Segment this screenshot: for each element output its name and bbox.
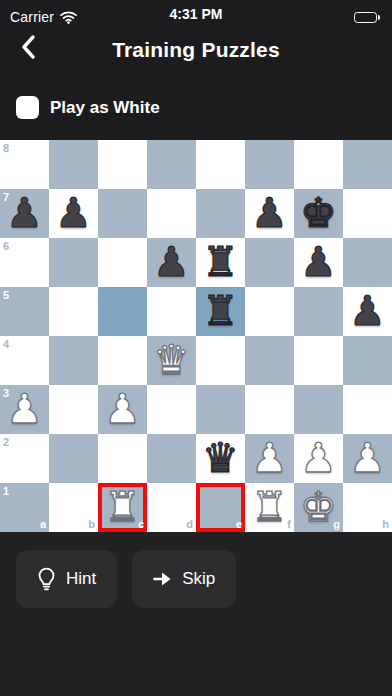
white-pawn[interactable]: ♟ [343, 434, 392, 483]
page-title: Training Puzzles [112, 38, 280, 62]
file-label-a: a [40, 519, 46, 530]
square-h6[interactable] [343, 238, 392, 287]
black-pawn[interactable]: ♟ [147, 238, 196, 287]
file-label-d: d [186, 519, 193, 530]
rank-label-5: 5 [3, 290, 9, 301]
file-label-b: b [88, 519, 95, 530]
square-f8[interactable] [245, 140, 294, 189]
square-a5[interactable]: 5 [0, 287, 49, 336]
square-c1[interactable]: c♜ [98, 483, 147, 532]
square-d6[interactable]: ♟ [147, 238, 196, 287]
chess-board: 87♟♟♟♚6♟♜♟5♜♟4♛3♟♟2♛♟♟♟1abc♜def♜g♚h [0, 140, 392, 532]
square-a8[interactable]: 8 [0, 140, 49, 189]
lightbulb-icon [37, 567, 56, 591]
square-e4[interactable] [196, 336, 245, 385]
black-rook[interactable]: ♜ [196, 238, 245, 287]
square-f2[interactable]: ♟ [245, 434, 294, 483]
square-e8[interactable] [196, 140, 245, 189]
skip-button-label: Skip [182, 569, 215, 589]
square-a6[interactable]: 6 [0, 238, 49, 287]
square-b5[interactable] [49, 287, 98, 336]
black-pawn[interactable]: ♟ [294, 238, 343, 287]
square-h4[interactable] [343, 336, 392, 385]
white-rook[interactable]: ♜ [98, 483, 147, 532]
white-queen[interactable]: ♛ [147, 336, 196, 385]
square-a4[interactable]: 4 [0, 336, 49, 385]
square-h1[interactable]: h [343, 483, 392, 532]
square-d4[interactable]: ♛ [147, 336, 196, 385]
white-pawn[interactable]: ♟ [245, 434, 294, 483]
square-e7[interactable] [196, 189, 245, 238]
play-as-white-label: Play as White [50, 98, 160, 118]
square-h2[interactable]: ♟ [343, 434, 392, 483]
white-king[interactable]: ♚ [294, 483, 343, 532]
square-a1[interactable]: 1a [0, 483, 49, 532]
square-b1[interactable]: b [49, 483, 98, 532]
white-rook[interactable]: ♜ [245, 483, 294, 532]
nav-bar: Training Puzzles [0, 30, 392, 70]
skip-button[interactable]: Skip [132, 550, 236, 608]
square-b7[interactable]: ♟ [49, 189, 98, 238]
square-c6[interactable] [98, 238, 147, 287]
square-h5[interactable]: ♟ [343, 287, 392, 336]
black-rook[interactable]: ♜ [196, 287, 245, 336]
status-bar: Carrier 4:31 PM [0, 0, 392, 30]
square-e3[interactable] [196, 385, 245, 434]
black-pawn[interactable]: ♟ [343, 287, 392, 336]
play-as-white-checkbox[interactable] [16, 96, 39, 119]
square-d5[interactable] [147, 287, 196, 336]
square-f6[interactable] [245, 238, 294, 287]
square-g7[interactable]: ♚ [294, 189, 343, 238]
black-pawn[interactable]: ♟ [49, 189, 98, 238]
black-pawn[interactable]: ♟ [0, 189, 49, 238]
white-pawn[interactable]: ♟ [294, 434, 343, 483]
rank-label-1: 1 [3, 486, 9, 497]
square-a2[interactable]: 2 [0, 434, 49, 483]
square-b6[interactable] [49, 238, 98, 287]
square-h3[interactable] [343, 385, 392, 434]
square-g1[interactable]: g♚ [294, 483, 343, 532]
square-d1[interactable]: d [147, 483, 196, 532]
square-a3[interactable]: 3♟ [0, 385, 49, 434]
rank-label-6: 6 [3, 241, 9, 252]
arrow-right-icon [153, 571, 172, 587]
action-panel: Hint Skip [0, 532, 392, 696]
square-g6[interactable]: ♟ [294, 238, 343, 287]
square-c7[interactable] [98, 189, 147, 238]
square-h7[interactable] [343, 189, 392, 238]
square-f5[interactable] [245, 287, 294, 336]
square-c8[interactable] [98, 140, 147, 189]
screen: Carrier 4:31 PM Training Puzzles [0, 0, 392, 696]
black-pawn[interactable]: ♟ [245, 189, 294, 238]
square-d7[interactable] [147, 189, 196, 238]
square-f4[interactable] [245, 336, 294, 385]
square-b3[interactable] [49, 385, 98, 434]
white-pawn[interactable]: ♟ [0, 385, 49, 434]
rank-label-4: 4 [3, 339, 9, 350]
rank-label-2: 2 [3, 437, 9, 448]
hint-button[interactable]: Hint [16, 550, 117, 608]
square-a7[interactable]: 7♟ [0, 189, 49, 238]
chevron-left-icon [18, 34, 40, 63]
square-b4[interactable] [49, 336, 98, 385]
square-d8[interactable] [147, 140, 196, 189]
square-b2[interactable] [49, 434, 98, 483]
square-d3[interactable] [147, 385, 196, 434]
square-b8[interactable] [49, 140, 98, 189]
square-c2[interactable] [98, 434, 147, 483]
square-e2[interactable]: ♛ [196, 434, 245, 483]
square-c5[interactable] [98, 287, 147, 336]
white-pawn[interactable]: ♟ [98, 385, 147, 434]
square-g5[interactable] [294, 287, 343, 336]
square-f3[interactable] [245, 385, 294, 434]
square-f7[interactable]: ♟ [245, 189, 294, 238]
square-c4[interactable] [98, 336, 147, 385]
square-g4[interactable] [294, 336, 343, 385]
rank-label-8: 8 [3, 143, 9, 154]
square-d2[interactable] [147, 434, 196, 483]
play-as-white-row: Play as White [0, 70, 392, 140]
square-e1[interactable]: e [196, 483, 245, 532]
square-g8[interactable] [294, 140, 343, 189]
file-label-h: h [382, 519, 389, 530]
square-h8[interactable] [343, 140, 392, 189]
black-queen[interactable]: ♛ [196, 434, 245, 483]
square-g2[interactable]: ♟ [294, 434, 343, 483]
square-f1[interactable]: f♜ [245, 483, 294, 532]
square-e5[interactable]: ♜ [196, 287, 245, 336]
hint-button-label: Hint [66, 569, 96, 589]
black-king[interactable]: ♚ [294, 189, 343, 238]
square-c3[interactable]: ♟ [98, 385, 147, 434]
file-label-e: e [236, 519, 242, 530]
back-button[interactable] [18, 34, 40, 63]
square-g3[interactable] [294, 385, 343, 434]
square-e6[interactable]: ♜ [196, 238, 245, 287]
status-time: 4:31 PM [0, 6, 392, 22]
